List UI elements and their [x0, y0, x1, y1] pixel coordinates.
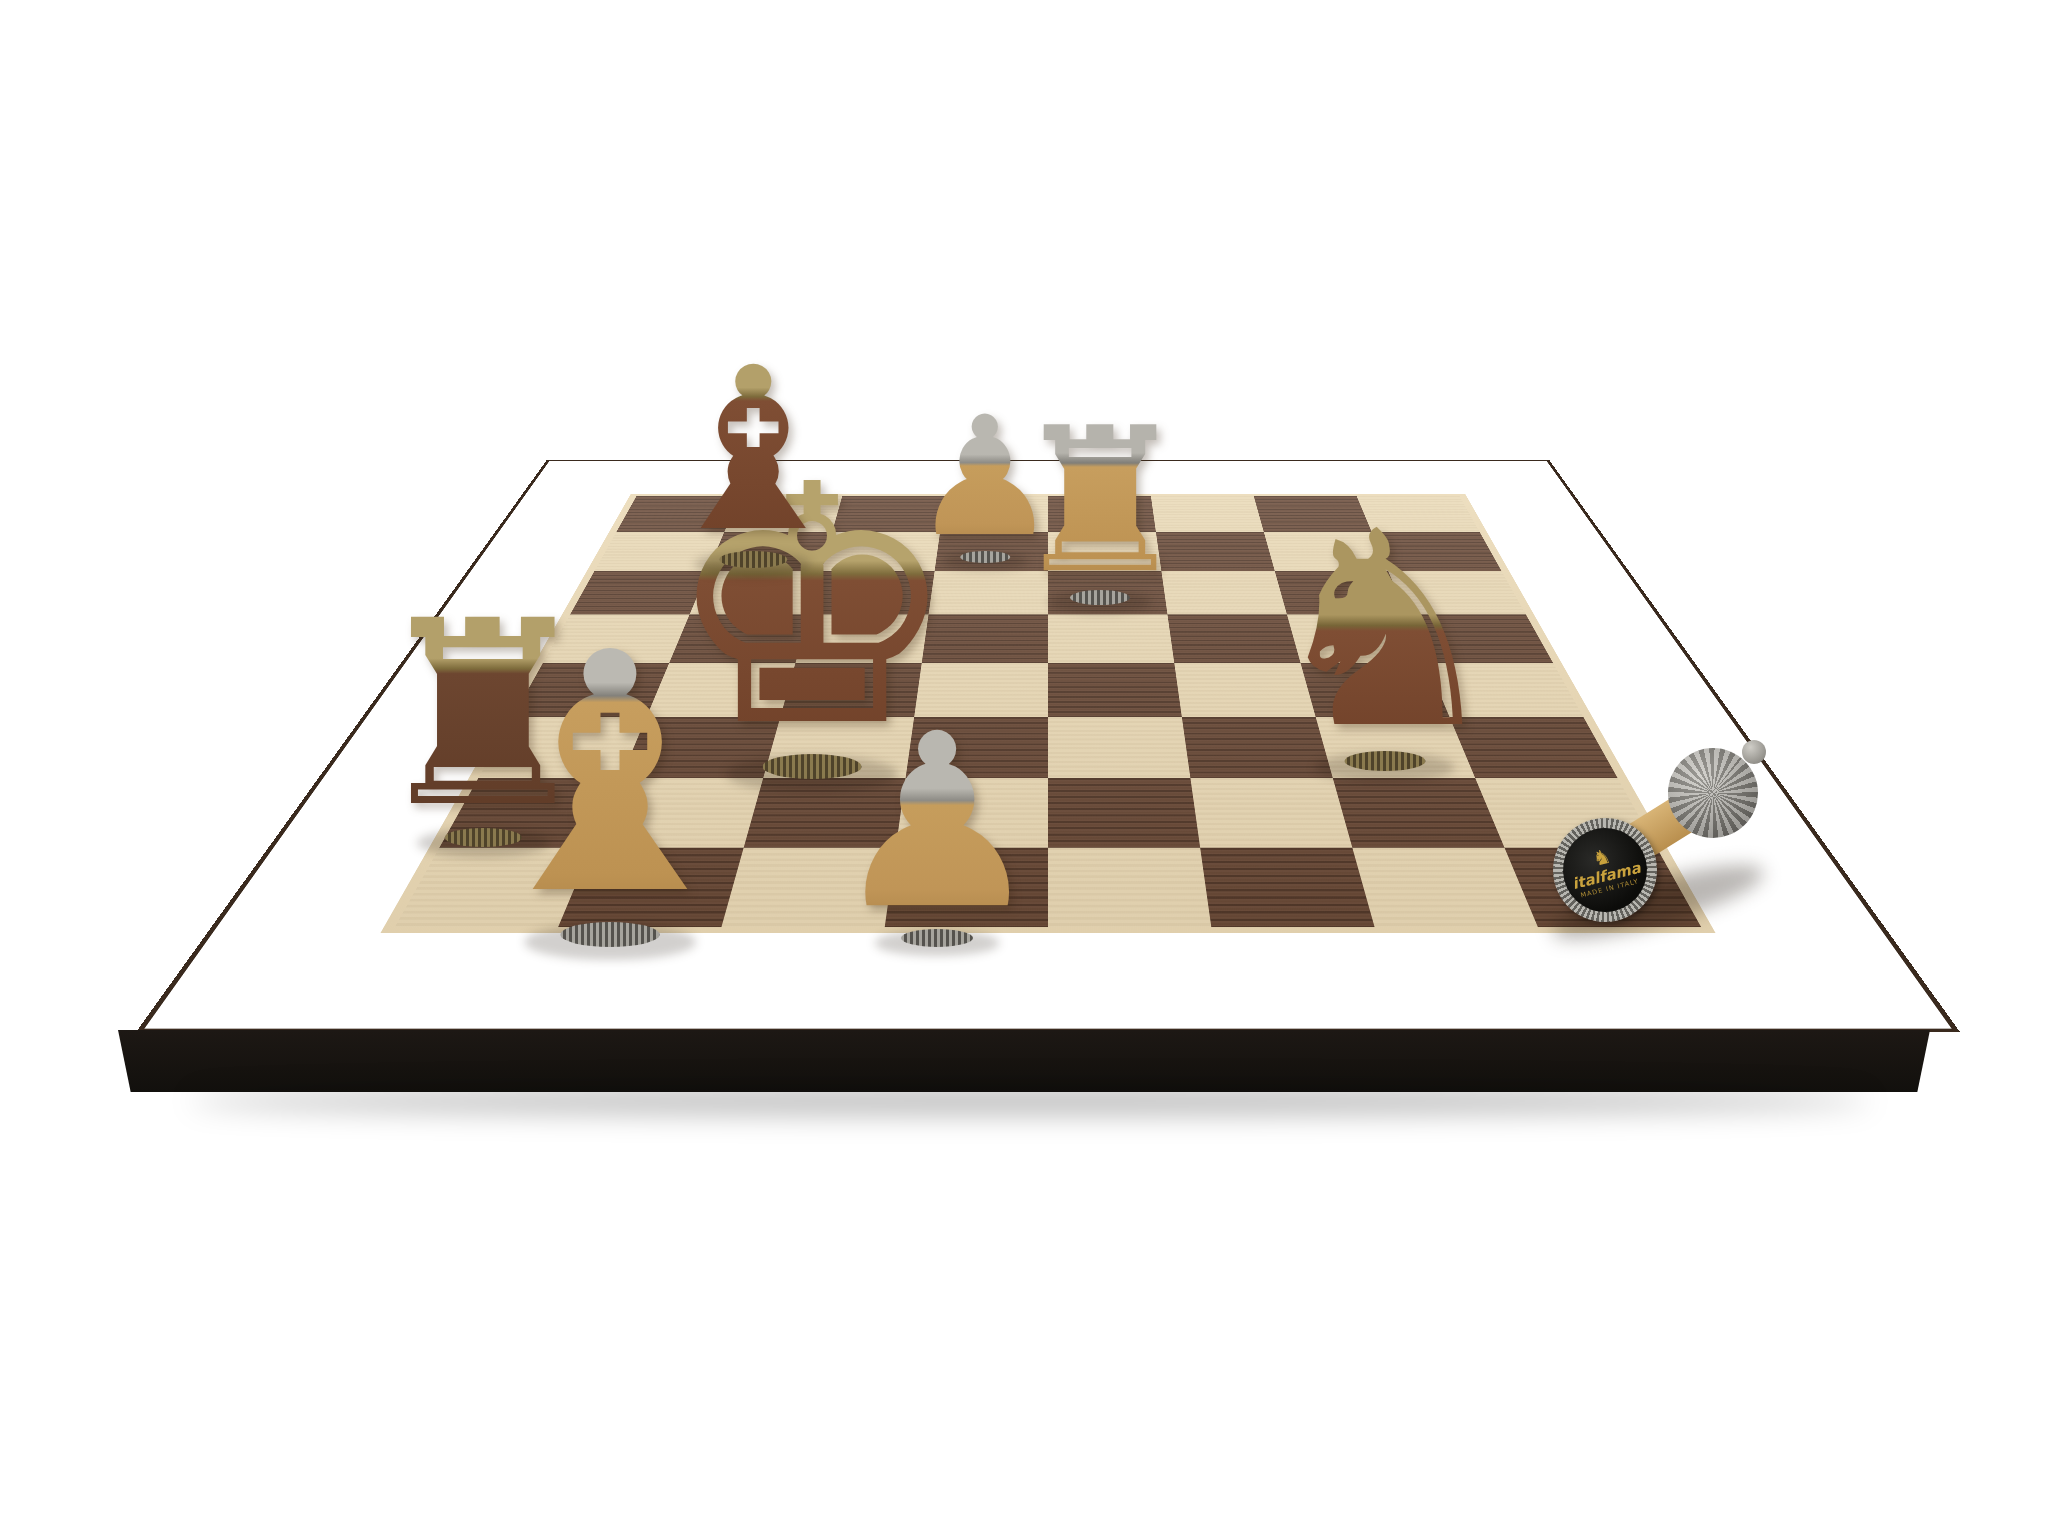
square-e5[interactable]: [1048, 663, 1182, 717]
brand-sticker: ♞ italfama MADE IN ITALY: [1554, 819, 1656, 921]
piece-black-rook-a7[interactable]: ♜: [369, 587, 598, 842]
chess-product-photo: ♝♟♜♚♞♝♜♟ ♞ italfama MADE IN ITALY: [0, 0, 2048, 1536]
square-f7[interactable]: [1190, 778, 1352, 847]
square-e7[interactable]: [1048, 778, 1200, 847]
piece-white-pawn-d2[interactable]: ♟: [911, 395, 1059, 560]
board-floor-shadow: [190, 1088, 1870, 1114]
square-f8[interactable]: [1200, 848, 1374, 928]
square-e6[interactable]: [1048, 717, 1190, 778]
piece-black-knight-g6[interactable]: ♞: [1264, 496, 1506, 766]
square-e8[interactable]: [1048, 848, 1211, 928]
square-e4[interactable]: [1048, 614, 1174, 662]
piece-black-bishop-b3[interactable]: ♝: [652, 338, 854, 563]
fallen-bishop-head: [1668, 748, 1758, 838]
board-side-edge: [118, 1030, 1930, 1092]
fallen-bishop-finial: [1742, 740, 1766, 764]
